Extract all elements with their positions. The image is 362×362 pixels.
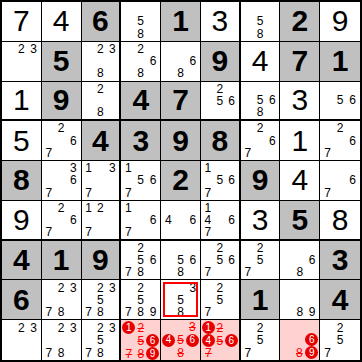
cell-r4c2[interactable]: 267 [42,121,82,161]
candidate: 7 [122,266,134,278]
candidate: 2 [94,321,106,334]
candidate-circled: 1 [122,321,135,334]
candidate: 6 [147,254,159,266]
cell-r4c8[interactable]: 1 [280,121,320,161]
pencil-marks: 23 [2,320,41,360]
candidate: 2 [55,202,67,214]
cell-r1c6[interactable]: 3 [201,2,241,42]
candidate: 2 [94,281,106,293]
candidate: 6 [346,135,359,147]
candidate-eliminated: 8 [293,346,305,359]
given-digit: 6 [82,2,120,41]
cell-r2c4[interactable]: 268 [121,42,161,82]
pencil-marks: 358 [161,280,200,319]
candidate-circled: 4 [162,334,175,347]
candidate-eliminated: 5 [175,334,186,347]
candidate: 2 [55,122,67,134]
candidate: 6 [187,254,199,266]
candidate: 2 [214,281,226,293]
candidate: 8 [55,306,67,318]
cell-r8c4[interactable]: 25789 [121,280,161,320]
given-digit: 8 [2,161,41,200]
candidate: 5 [254,334,266,347]
candidate: 6 [346,174,359,186]
given-digit: 4 [121,82,160,120]
cell-r8c3[interactable]: 23578 [82,280,122,320]
candidate-eliminated: 8 [175,347,186,359]
given-digit: 7 [161,82,200,120]
candidate: 7 [43,187,55,199]
candidate: 5 [94,334,106,347]
candidate: 2 [214,83,226,95]
candidate: 7 [122,226,134,238]
solved-digit: 4 [241,42,280,81]
candidate: 8 [135,306,147,318]
candidate: 7 [122,187,134,199]
candidate: 4 [162,214,174,226]
pencil-marks: 23578 [82,320,120,360]
pencil-marks: 238 [82,42,120,81]
pencil-marks: 257 [241,241,280,280]
candidate: 1 [122,202,134,214]
candidate: 8 [135,266,147,278]
cell-r9c4[interactable]: 1256789 [121,320,161,360]
cell-r6c7[interactable]: 3 [241,201,281,241]
given-digit: 8 [201,121,239,160]
candidate: 6 [187,55,199,67]
cell-r3c1[interactable]: 1 [2,82,42,122]
cell-r1c8[interactable]: 2 [280,2,320,42]
cell-r8c5[interactable]: 358 [161,280,201,320]
candidate: 6 [147,174,159,186]
pencil-marks: 167 [121,201,160,239]
pencil-marks: 137 [82,161,120,200]
candidate: 8 [94,106,106,118]
candidate: 2 [15,43,27,55]
cell-r5c1[interactable]: 8 [2,161,42,201]
pencil-marks: 1567 [201,161,239,200]
candidate: 6 [226,95,238,107]
cell-r6c6[interactable]: 1467 [201,201,241,241]
cell-r5c6[interactable]: 1567 [201,161,241,201]
pencil-marks: 58 [241,2,280,41]
candidate: 6 [67,174,79,186]
candidate: 2 [135,43,147,55]
pencil-marks: 56 [320,82,360,120]
candidate: 8 [94,346,106,359]
solved-digit: 3 [241,201,280,239]
cell-r9c3[interactable]: 23578 [82,320,122,360]
cell-r5c4[interactable]: 1567 [121,161,161,201]
solved-digit: 1 [280,121,319,160]
cell-r3c7[interactable]: 568 [241,82,281,122]
cell-r2c9[interactable]: 1 [320,42,360,82]
given-digit: 9 [161,121,200,160]
candidate-digit: 1 [122,321,135,334]
given-digit: 4 [2,241,41,280]
candidate: 8 [174,266,186,278]
candidate: 7 [321,346,334,359]
candidate: 7 [202,306,214,318]
candidate: 2 [334,122,347,134]
cell-r2c2[interactable]: 5 [42,42,82,82]
pencil-marks: 689 [280,320,319,360]
cell-r1c1[interactable]: 7 [2,2,42,42]
cell-r8c8[interactable]: 89 [280,280,320,320]
candidate: 7 [202,187,214,199]
given-digit: 3 [320,241,360,280]
cell-r3c6[interactable]: 256 [201,82,241,122]
candidate: 8 [135,67,147,79]
cell-r4c3[interactable]: 4 [82,121,122,161]
cell-r9c8[interactable]: 689 [280,320,320,360]
pencil-marks: 268 [121,42,160,81]
candidate: 7 [202,226,214,238]
pencil-marks: 257 [320,320,360,360]
candidate-eliminated: 3 [186,321,199,333]
candidate: 8 [94,67,106,79]
candidate-eliminated: 7 [202,347,215,359]
cell-r6c8[interactable]: 5 [280,201,320,241]
candidate: 5 [334,334,347,347]
candidate: 2 [254,122,266,134]
candidate: 2 [94,43,106,55]
candidate: 7 [83,306,95,318]
cell-r2c5[interactable]: 68 [161,42,201,82]
cell-r4c6[interactable]: 8 [201,121,241,161]
candidate: 5 [214,254,226,266]
pencil-marks: 89 [280,280,319,319]
cell-r3c8[interactable]: 3 [280,82,320,122]
candidate-circled: 9 [146,347,159,360]
candidate-digit: 6 [146,334,159,347]
pencil-marks: 267 [241,121,280,160]
pencil-marks: 367 [42,161,81,200]
candidate: 8 [174,306,186,318]
given-digit: 9 [42,82,81,120]
cell-r9c6[interactable]: 124567 [201,320,241,360]
candidate-digit: 9 [305,346,318,359]
candidate: 1 [83,162,95,174]
cell-r7c9[interactable]: 3 [320,241,360,281]
candidate-eliminated: 2 [135,321,146,334]
candidate-digit: 9 [146,347,159,360]
cell-r7c6[interactable]: 2567 [201,241,241,281]
cell-r2c6[interactable]: 9 [201,42,241,82]
pencil-marks: 267 [42,201,81,239]
given-digit: 5 [42,42,81,81]
candidate: 7 [43,147,55,159]
candidate: 5 [135,174,147,186]
cell-r5c5[interactable]: 2 [161,161,201,201]
pencil-marks: 568 [241,82,280,120]
pencil-marks: 46 [161,201,200,239]
pencil-marks: 1256789 [121,320,160,360]
cell-r9c2[interactable]: 2378 [42,320,82,360]
candidate-digit: 6 [225,334,238,347]
pencil-marks: 2378 [42,320,81,360]
cell-r4c5[interactable]: 9 [161,121,201,161]
pencil-marks: 267 [42,121,81,160]
candidate: 5 [214,294,226,306]
solved-digit: 8 [320,201,360,239]
cell-r4c7[interactable]: 267 [241,121,281,161]
cell-r5c7[interactable]: 9 [241,161,281,201]
candidate: 3 [187,281,199,293]
candidate: 6 [306,254,318,266]
cell-r3c2[interactable]: 9 [42,82,82,122]
cell-r3c4[interactable]: 4 [121,82,161,122]
candidate: 3 [106,43,118,55]
cell-r8c7[interactable]: 1 [241,280,281,320]
candidate: 9 [147,306,159,318]
candidate: 5 [214,174,226,186]
candidate: 1 [83,202,95,214]
candidate: 7 [83,346,95,359]
candidate: 3 [106,321,118,334]
candidate: 6 [226,254,238,266]
pencil-marks: 58 [121,2,160,41]
candidate: 7 [242,346,254,359]
candidate-eliminated: 5 [135,334,146,347]
given-digit: 9 [241,161,280,200]
pencil-marks: 257 [201,280,239,319]
cell-r2c8[interactable]: 7 [280,42,320,82]
cell-r1c5[interactable]: 1 [161,2,201,42]
candidate: 1 [122,162,134,174]
pencil-marks: 1467 [201,201,239,239]
cell-r9c7[interactable]: 257 [241,320,281,360]
candidate: 6 [266,135,278,147]
cell-r7c4[interactable]: 25678 [121,241,161,281]
candidate: 2 [254,321,266,334]
candidate: 6 [226,174,238,186]
candidate: 7 [43,306,55,318]
candidate: 6 [67,214,79,226]
pencil-marks: 2567 [201,241,239,280]
cell-r3c9[interactable]: 56 [320,82,360,122]
cell-r8c6[interactable]: 257 [201,280,241,320]
pencil-marks: 127 [82,201,120,239]
candidate: 8 [174,67,186,79]
candidate: 7 [202,266,214,278]
cell-r2c1[interactable]: 23 [2,42,42,82]
given-digit: 1 [241,280,280,319]
candidate: 8 [254,28,266,40]
candidate: 6 [226,214,238,226]
solved-digit: 3 [201,2,239,41]
candidate-circled: 1 [202,321,215,334]
cell-r7c5[interactable]: 568 [161,241,201,281]
solved-digit: 4 [280,161,319,200]
candidate: 8 [55,346,67,359]
candidate-digit: 4 [162,334,175,347]
pencil-marks: 34568 [161,320,200,360]
pencil-marks: 67 [320,161,360,200]
candidate-circled: 6 [146,334,159,347]
candidate-circled: 9 [305,346,318,359]
candidate: 7 [321,187,334,199]
candidate: 8 [294,266,306,278]
cell-r5c2[interactable]: 367 [42,161,82,201]
cell-r7c7[interactable]: 257 [241,241,281,281]
cell-r1c3[interactable]: 6 [82,2,122,42]
cell-r3c3[interactable]: 28 [82,82,122,122]
candidate: 2 [55,321,67,334]
candidate: 9 [306,306,318,318]
candidate: 3 [67,321,79,334]
candidate: 3 [28,43,40,55]
cell-r7c1[interactable]: 4 [2,241,42,281]
cell-r2c7[interactable]: 4 [241,42,281,82]
candidate: 6 [346,94,359,106]
pencil-marks: 1567 [121,161,160,200]
pencil-marks: 68 [161,42,200,81]
candidate: 7 [242,266,254,278]
candidate-eliminated: 8 [135,347,146,360]
candidate: 7 [43,346,55,359]
cell-r8c9[interactable]: 4 [320,280,360,320]
given-digit: 9 [82,241,120,280]
cell-r6c1[interactable]: 9 [2,201,42,241]
candidate: 3 [106,162,118,174]
given-digit: 9 [201,42,239,81]
given-digit: 1 [42,241,81,280]
pencil-marks: 28 [82,82,120,120]
pencil-marks: 2378 [42,280,81,319]
candidate: 6 [147,55,159,67]
candidate: 5 [334,94,347,106]
candidate: 7 [83,187,95,199]
given-digit: 5 [280,201,319,239]
candidate: 6 [187,214,199,226]
candidate: 8 [135,28,147,40]
cell-r1c2[interactable]: 4 [42,2,82,42]
candidate-eliminated: 2 [215,321,225,334]
pencil-marks: 25678 [121,241,160,280]
solved-digit: 3 [280,82,319,120]
pencil-marks: 267 [320,121,360,160]
candidate: 8 [294,306,306,318]
cell-r7c8[interactable]: 68 [280,241,320,281]
cell-r6c5[interactable]: 46 [161,201,201,241]
candidate: 5 [135,15,147,27]
sudoku-board: 7465813582923523826868947119284725656835… [0,0,362,362]
cell-r6c2[interactable]: 267 [42,201,82,241]
cell-r9c9[interactable]: 257 [320,320,360,360]
cell-r6c3[interactable]: 127 [82,201,122,241]
given-digit: 7 [280,42,319,81]
given-digit: 4 [82,121,120,160]
candidate: 6 [147,214,159,226]
pencil-marks: 257 [241,320,280,360]
given-digit: 1 [320,42,360,81]
cell-r7c2[interactable]: 1 [42,241,82,281]
candidate: 7 [242,147,254,159]
solved-digit: 9 [320,2,360,41]
cell-r2c3[interactable]: 238 [82,42,122,82]
given-digit: 6 [2,280,41,319]
cell-r5c8[interactable]: 4 [280,161,320,201]
given-digit: 4 [320,280,360,319]
pencil-marks: 23578 [82,280,120,319]
candidate: 7 [122,306,134,318]
candidate: 6 [266,94,278,106]
cell-r4c9[interactable]: 267 [320,121,360,161]
candidate: 7 [43,226,55,238]
candidate: 2 [55,281,67,293]
candidate: 1 [202,162,214,174]
pencil-marks: 25789 [121,280,160,319]
cell-r3c5[interactable]: 7 [161,82,201,122]
solved-digit: 5 [2,121,41,160]
cell-r6c4[interactable]: 167 [121,201,161,241]
candidate-digit: 6 [186,334,199,347]
candidate: 2 [334,321,347,334]
cell-r1c4[interactable]: 58 [121,2,161,42]
candidate-digit: 1 [202,321,215,334]
given-digit: 2 [161,161,200,200]
cell-r8c1[interactable]: 6 [2,280,42,320]
cell-r5c9[interactable]: 67 [320,161,360,201]
solved-digit: 4 [42,2,81,41]
cell-r6c9[interactable]: 8 [320,201,360,241]
given-digit: 2 [280,2,319,41]
candidate: 3 [28,321,40,334]
candidate-circled: 6 [186,334,199,347]
candidate: 2 [135,281,147,293]
cell-r4c1[interactable]: 5 [2,121,42,161]
candidate-circled: 6 [305,333,318,346]
pencil-marks: 68 [280,241,319,280]
candidate: 5 [214,95,226,107]
pencil-marks: 124567 [201,320,239,360]
pencil-marks: 256 [201,82,239,120]
cell-r5c3[interactable]: 137 [82,161,122,201]
candidate: 2 [15,321,27,334]
candidate-eliminated: 7 [122,347,135,360]
given-digit: 3 [121,121,160,160]
candidate: 3 [67,281,79,293]
solved-digit: 9 [2,201,41,239]
pencil-marks: 23 [2,42,41,81]
pencil-marks: 568 [161,241,200,280]
cell-r9c5[interactable]: 34568 [161,320,201,360]
candidate: 8 [94,306,106,318]
candidate: 8 [254,106,266,118]
cell-r1c9[interactable]: 9 [320,2,360,42]
candidate: 7 [83,226,95,238]
cell-r7c3[interactable]: 9 [82,241,122,281]
given-digit: 1 [161,2,200,41]
candidate: 5 [254,15,266,27]
cell-r9c1[interactable]: 23 [2,320,42,360]
candidate-eliminated: 5 [215,334,225,347]
candidate-circled: 6 [225,334,238,347]
cell-r1c7[interactable]: 58 [241,2,281,42]
candidate: 2 [94,83,106,95]
cell-r8c2[interactable]: 2378 [42,280,82,320]
cell-r4c4[interactable]: 3 [121,121,161,161]
candidate: 3 [106,281,118,293]
candidate: 5 [254,254,266,266]
candidate-digit: 6 [305,333,318,346]
candidate: 2 [94,202,106,214]
candidate: 6 [67,135,79,147]
solved-digit: 1 [2,82,41,120]
candidate: 7 [321,147,334,159]
solved-digit: 7 [2,2,41,41]
